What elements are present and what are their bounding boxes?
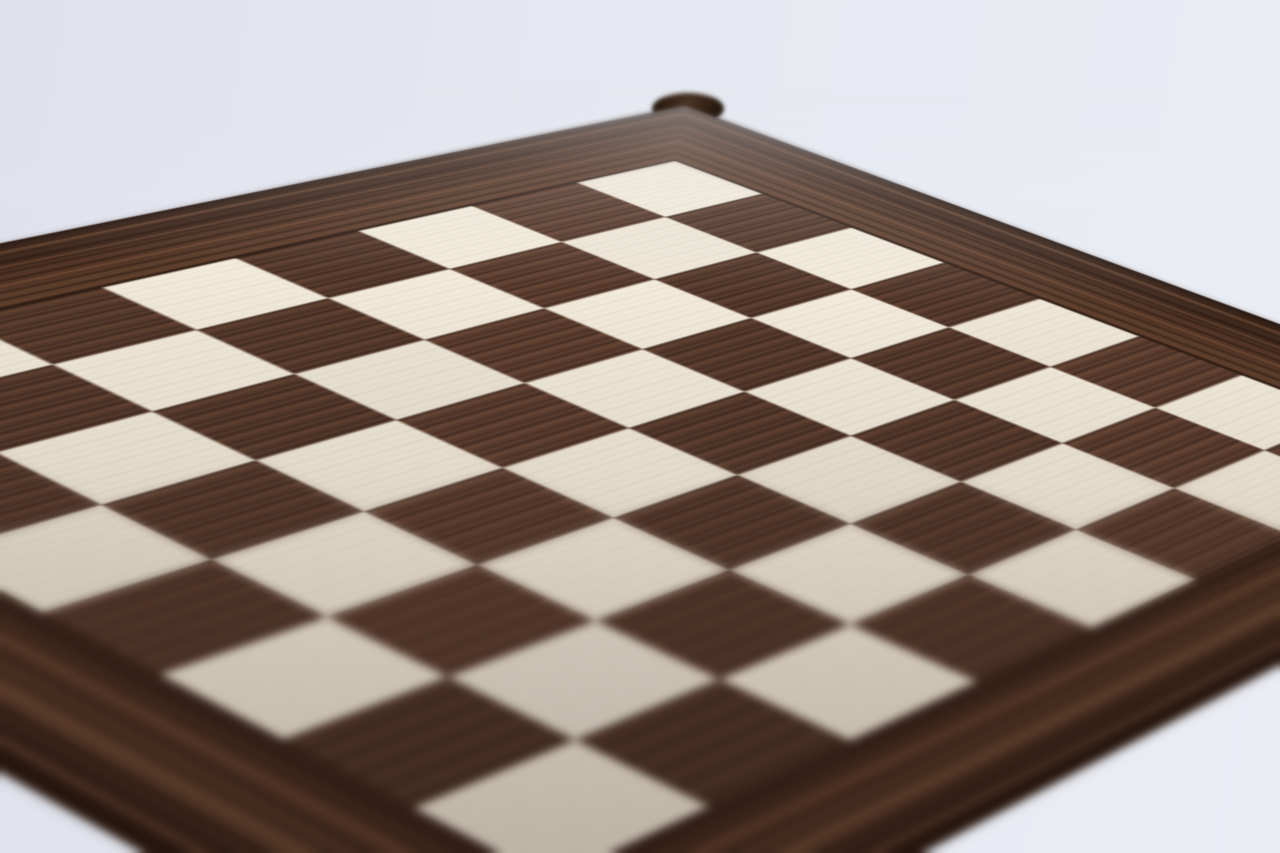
photo-scene [0,0,1280,853]
